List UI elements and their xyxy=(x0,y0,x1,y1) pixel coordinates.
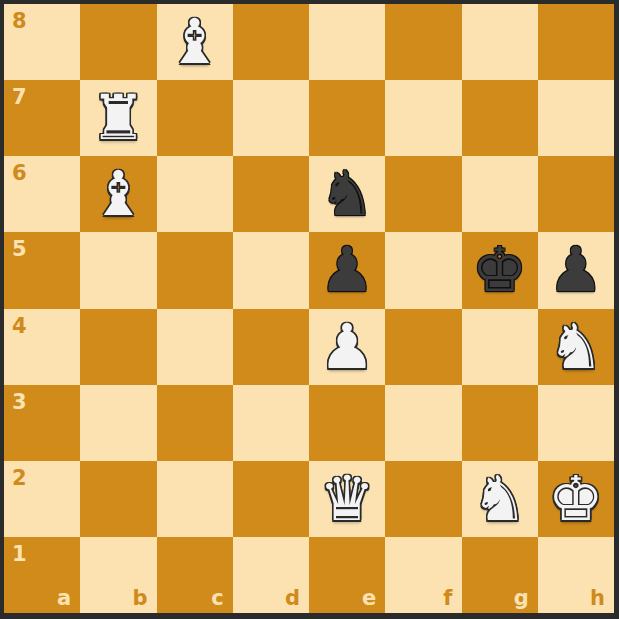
file-label-f: f xyxy=(443,588,452,609)
square-g1[interactable]: g xyxy=(462,537,538,613)
square-a1[interactable]: 1a xyxy=(4,537,80,613)
square-e1[interactable]: e xyxy=(309,537,385,613)
square-d1[interactable]: d xyxy=(233,537,309,613)
black-pawn-e5[interactable]: ♟ xyxy=(319,239,375,301)
file-label-h: h xyxy=(590,588,605,609)
board-frame: 8♝7♜6♝♞5♟♚♟4♟♞32♛♞♚1abcdefgh xyxy=(0,0,619,619)
square-a7[interactable]: 7 xyxy=(4,80,80,156)
square-g8[interactable] xyxy=(462,4,538,80)
square-h4[interactable]: ♞ xyxy=(538,309,614,385)
white-queen-e2[interactable]: ♛ xyxy=(319,468,375,530)
square-e6[interactable]: ♞ xyxy=(309,156,385,232)
square-h3[interactable] xyxy=(538,385,614,461)
square-b4[interactable] xyxy=(80,309,156,385)
square-f8[interactable] xyxy=(385,4,461,80)
square-h7[interactable] xyxy=(538,80,614,156)
rank-label-8: 8 xyxy=(12,11,27,32)
square-h8[interactable] xyxy=(538,4,614,80)
square-c8[interactable]: ♝ xyxy=(157,4,233,80)
file-label-e: e xyxy=(362,588,376,609)
square-e5[interactable]: ♟ xyxy=(309,232,385,308)
square-f2[interactable] xyxy=(385,461,461,537)
square-a2[interactable]: 2 xyxy=(4,461,80,537)
black-king-g5[interactable]: ♚ xyxy=(472,239,528,301)
rank-label-1: 1 xyxy=(12,544,27,565)
file-label-g: g xyxy=(514,588,529,609)
white-pawn-e4[interactable]: ♟ xyxy=(319,316,375,378)
square-g3[interactable] xyxy=(462,385,538,461)
rank-label-7: 7 xyxy=(12,87,27,108)
square-c2[interactable] xyxy=(157,461,233,537)
square-h2[interactable]: ♚ xyxy=(538,461,614,537)
square-f6[interactable] xyxy=(385,156,461,232)
file-label-a: a xyxy=(57,588,71,609)
square-a6[interactable]: 6 xyxy=(4,156,80,232)
square-f7[interactable] xyxy=(385,80,461,156)
square-b8[interactable] xyxy=(80,4,156,80)
square-a3[interactable]: 3 xyxy=(4,385,80,461)
chess-board: 8♝7♜6♝♞5♟♚♟4♟♞32♛♞♚1abcdefgh xyxy=(4,4,614,613)
rank-label-3: 3 xyxy=(12,392,27,413)
square-d2[interactable] xyxy=(233,461,309,537)
rank-label-2: 2 xyxy=(12,468,27,489)
square-c6[interactable] xyxy=(157,156,233,232)
square-f1[interactable]: f xyxy=(385,537,461,613)
square-d4[interactable] xyxy=(233,309,309,385)
square-b5[interactable] xyxy=(80,232,156,308)
white-knight-h4[interactable]: ♞ xyxy=(548,316,604,378)
square-a4[interactable]: 4 xyxy=(4,309,80,385)
square-b7[interactable]: ♜ xyxy=(80,80,156,156)
square-e4[interactable]: ♟ xyxy=(309,309,385,385)
white-bishop-c8[interactable]: ♝ xyxy=(167,11,223,73)
white-rook-b7[interactable]: ♜ xyxy=(91,87,147,149)
square-b6[interactable]: ♝ xyxy=(80,156,156,232)
square-d8[interactable] xyxy=(233,4,309,80)
square-h1[interactable]: h xyxy=(538,537,614,613)
square-e2[interactable]: ♛ xyxy=(309,461,385,537)
square-a8[interactable]: 8 xyxy=(4,4,80,80)
file-label-d: d xyxy=(285,588,300,609)
black-knight-e6[interactable]: ♞ xyxy=(319,163,375,225)
square-d5[interactable] xyxy=(233,232,309,308)
square-b2[interactable] xyxy=(80,461,156,537)
rank-label-5: 5 xyxy=(12,239,27,260)
file-label-b: b xyxy=(132,588,147,609)
square-h6[interactable] xyxy=(538,156,614,232)
square-c7[interactable] xyxy=(157,80,233,156)
square-g4[interactable] xyxy=(462,309,538,385)
square-a5[interactable]: 5 xyxy=(4,232,80,308)
square-g2[interactable]: ♞ xyxy=(462,461,538,537)
square-c4[interactable] xyxy=(157,309,233,385)
square-f4[interactable] xyxy=(385,309,461,385)
square-g5[interactable]: ♚ xyxy=(462,232,538,308)
white-king-h2[interactable]: ♚ xyxy=(548,468,604,530)
square-b3[interactable] xyxy=(80,385,156,461)
file-label-c: c xyxy=(211,588,223,609)
square-e3[interactable] xyxy=(309,385,385,461)
square-b1[interactable]: b xyxy=(80,537,156,613)
square-e7[interactable] xyxy=(309,80,385,156)
square-d6[interactable] xyxy=(233,156,309,232)
rank-label-4: 4 xyxy=(12,316,27,337)
square-d7[interactable] xyxy=(233,80,309,156)
square-c3[interactable] xyxy=(157,385,233,461)
square-f3[interactable] xyxy=(385,385,461,461)
square-c5[interactable] xyxy=(157,232,233,308)
square-e8[interactable] xyxy=(309,4,385,80)
white-bishop-b6[interactable]: ♝ xyxy=(91,163,147,225)
square-f5[interactable] xyxy=(385,232,461,308)
white-knight-g2[interactable]: ♞ xyxy=(472,468,528,530)
square-h5[interactable]: ♟ xyxy=(538,232,614,308)
square-g6[interactable] xyxy=(462,156,538,232)
square-g7[interactable] xyxy=(462,80,538,156)
square-d3[interactable] xyxy=(233,385,309,461)
square-c1[interactable]: c xyxy=(157,537,233,613)
rank-label-6: 6 xyxy=(12,163,27,184)
black-pawn-h5[interactable]: ♟ xyxy=(548,239,604,301)
